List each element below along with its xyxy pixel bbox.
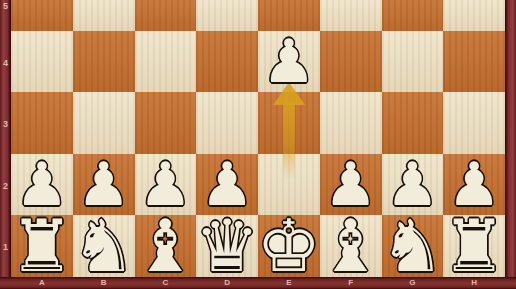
square-d3[interactable] bbox=[196, 92, 258, 154]
square-f5[interactable] bbox=[320, 0, 382, 31]
square-b5[interactable] bbox=[73, 0, 135, 31]
square-d4[interactable] bbox=[196, 31, 258, 93]
square-h4[interactable] bbox=[443, 31, 505, 93]
file-label-h: H bbox=[471, 279, 477, 287]
board-border-left: 54321 bbox=[0, 0, 11, 289]
file-label-c: C bbox=[162, 279, 168, 287]
file-label-a: A bbox=[39, 279, 45, 287]
square-g1[interactable]: ♞ bbox=[382, 215, 444, 277]
square-c1[interactable]: ♝ bbox=[135, 215, 197, 277]
square-g3[interactable] bbox=[382, 92, 444, 154]
square-a5[interactable] bbox=[11, 0, 73, 31]
square-b3[interactable] bbox=[73, 92, 135, 154]
file-label-g: G bbox=[409, 279, 415, 287]
file-label-d: D bbox=[224, 279, 230, 287]
white-knight-g1[interactable]: ♞ bbox=[380, 215, 445, 278]
white-rook-h1[interactable]: ♜ bbox=[442, 215, 507, 278]
move-arrow-shaft bbox=[283, 103, 295, 179]
chess-board: ♟♟♟♟♟♟♟♟♜♞♝♛♚♝♞♜ bbox=[11, 0, 505, 277]
square-f1[interactable]: ♝ bbox=[320, 215, 382, 277]
square-b1[interactable]: ♞ bbox=[73, 215, 135, 277]
rank-label-3: 3 bbox=[0, 120, 11, 129]
square-d5[interactable] bbox=[196, 0, 258, 31]
white-rook-a1[interactable]: ♜ bbox=[10, 215, 75, 278]
square-b4[interactable] bbox=[73, 31, 135, 93]
square-h5[interactable] bbox=[443, 0, 505, 31]
square-e4[interactable]: ♟ bbox=[258, 31, 320, 93]
white-bishop-c1[interactable]: ♝ bbox=[133, 215, 198, 278]
square-a1[interactable]: ♜ bbox=[11, 215, 73, 277]
square-c3[interactable] bbox=[135, 92, 197, 154]
rank-label-4: 4 bbox=[0, 59, 11, 68]
square-a4[interactable] bbox=[11, 31, 73, 93]
square-h3[interactable] bbox=[443, 92, 505, 154]
white-knight-b1[interactable]: ♞ bbox=[71, 215, 136, 278]
square-a3[interactable] bbox=[11, 92, 73, 154]
square-c4[interactable] bbox=[135, 31, 197, 93]
file-label-e: E bbox=[286, 279, 291, 287]
white-bishop-f1[interactable]: ♝ bbox=[318, 215, 383, 278]
board-border-bottom: ABCDEFGH bbox=[0, 277, 516, 289]
chess-board-frame: ♟♟♟♟♟♟♟♟♜♞♝♛♚♝♞♜ 54321 ABCDEFGH bbox=[0, 0, 516, 289]
board-border-right bbox=[505, 0, 516, 289]
square-e1[interactable]: ♚ bbox=[258, 215, 320, 277]
file-label-b: B bbox=[101, 279, 107, 287]
rank-label-5: 5 bbox=[0, 2, 11, 11]
square-f4[interactable] bbox=[320, 31, 382, 93]
square-h1[interactable]: ♜ bbox=[443, 215, 505, 277]
square-c5[interactable] bbox=[135, 0, 197, 31]
white-pawn-e4[interactable]: ♟ bbox=[262, 35, 316, 88]
square-f3[interactable] bbox=[320, 92, 382, 154]
file-label-f: F bbox=[348, 279, 353, 287]
square-g4[interactable] bbox=[382, 31, 444, 93]
rank-label-1: 1 bbox=[0, 243, 11, 252]
white-queen-d1[interactable]: ♛ bbox=[195, 215, 260, 278]
rank-label-2: 2 bbox=[0, 182, 11, 191]
square-g5[interactable] bbox=[382, 0, 444, 31]
square-d1[interactable]: ♛ bbox=[196, 215, 258, 277]
white-king-e1[interactable]: ♚ bbox=[257, 215, 322, 278]
